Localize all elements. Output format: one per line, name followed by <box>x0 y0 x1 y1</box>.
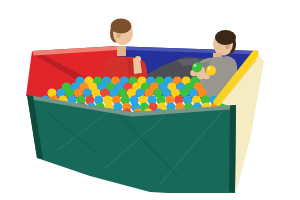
held-ball-green <box>192 63 202 73</box>
front-wall-right-shadow <box>229 105 236 193</box>
held-ball-yellow <box>206 66 216 76</box>
left-boy-hand <box>135 56 141 62</box>
right-boy-hair <box>215 30 236 45</box>
held-ball-green-shine-icon <box>194 64 197 67</box>
right-boy-ear-icon <box>225 45 230 50</box>
left-boy-neck <box>117 46 126 56</box>
left-boy-ear-icon <box>116 34 121 39</box>
ball-pit-photo <box>0 0 300 200</box>
ball-pit-photo-stage <box>0 0 300 200</box>
left-boy-hair <box>111 19 132 34</box>
held-ball-yellow-shine-icon <box>208 67 211 70</box>
